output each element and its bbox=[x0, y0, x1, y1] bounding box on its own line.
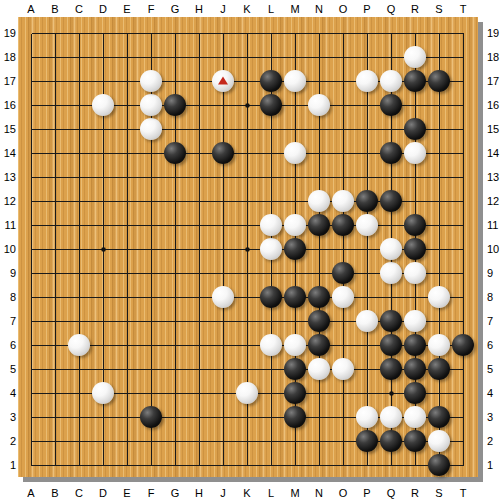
column-label: H bbox=[187, 1, 211, 17]
column-label: H bbox=[187, 485, 211, 500]
column-label: B bbox=[43, 1, 67, 17]
white-stone bbox=[212, 286, 234, 308]
black-stone bbox=[284, 286, 306, 308]
black-stone bbox=[212, 142, 234, 164]
column-label: D bbox=[91, 1, 115, 17]
row-label: 11 bbox=[487, 217, 500, 233]
white-stone bbox=[92, 94, 114, 116]
column-label: A bbox=[19, 485, 43, 500]
white-stone bbox=[404, 310, 426, 332]
column-label: P bbox=[355, 485, 379, 500]
row-label: 11 bbox=[1, 217, 16, 233]
column-label: A bbox=[19, 1, 43, 17]
row-label: 4 bbox=[487, 385, 500, 401]
black-stone bbox=[428, 454, 450, 476]
black-stone bbox=[308, 286, 330, 308]
column-label: E bbox=[115, 1, 139, 17]
white-stone bbox=[380, 70, 402, 92]
column-label: N bbox=[307, 485, 331, 500]
column-label: R bbox=[403, 1, 427, 17]
black-stone bbox=[380, 310, 402, 332]
white-stone bbox=[356, 70, 378, 92]
column-label: R bbox=[403, 485, 427, 500]
black-stone bbox=[428, 406, 450, 428]
white-stone bbox=[332, 190, 354, 212]
column-label: G bbox=[163, 1, 187, 17]
white-stone bbox=[380, 262, 402, 284]
row-label: 10 bbox=[1, 241, 16, 257]
row-label: 14 bbox=[487, 145, 500, 161]
column-label: M bbox=[283, 485, 307, 500]
column-label: J bbox=[211, 1, 235, 17]
row-label: 1 bbox=[1, 457, 16, 473]
column-label: S bbox=[427, 485, 451, 500]
column-label: O bbox=[331, 1, 355, 17]
black-stone bbox=[428, 358, 450, 380]
column-label: C bbox=[67, 1, 91, 17]
black-stone bbox=[308, 214, 330, 236]
row-label: 13 bbox=[1, 169, 16, 185]
black-stone bbox=[260, 286, 282, 308]
black-stone bbox=[308, 310, 330, 332]
column-label: N bbox=[307, 1, 331, 17]
black-stone bbox=[404, 358, 426, 380]
black-stone bbox=[140, 406, 162, 428]
white-stone bbox=[404, 262, 426, 284]
row-label: 13 bbox=[487, 169, 500, 185]
black-stone bbox=[404, 214, 426, 236]
white-stone bbox=[404, 46, 426, 68]
black-stone bbox=[380, 190, 402, 212]
row-label: 8 bbox=[487, 289, 500, 305]
black-stone bbox=[164, 142, 186, 164]
row-label: 3 bbox=[1, 409, 16, 425]
white-stone bbox=[308, 190, 330, 212]
go-game-screenshot: ABCDEFGHJKLMNOPQRST ABCDEFGHJKLMNOPQRST … bbox=[0, 0, 500, 500]
row-label: 15 bbox=[487, 121, 500, 137]
go-board[interactable] bbox=[18, 17, 478, 477]
row-label: 9 bbox=[1, 265, 16, 281]
column-label: Q bbox=[379, 1, 403, 17]
black-stone bbox=[332, 262, 354, 284]
white-stone bbox=[380, 238, 402, 260]
white-stone bbox=[428, 334, 450, 356]
column-label: F bbox=[139, 1, 163, 17]
white-stone bbox=[356, 406, 378, 428]
white-stone bbox=[356, 214, 378, 236]
column-label: L bbox=[259, 1, 283, 17]
white-stone bbox=[428, 286, 450, 308]
black-stone bbox=[284, 406, 306, 428]
black-stone bbox=[332, 214, 354, 236]
white-stone bbox=[356, 310, 378, 332]
black-stone bbox=[356, 190, 378, 212]
row-label: 9 bbox=[487, 265, 500, 281]
row-label: 7 bbox=[1, 313, 16, 329]
row-label: 6 bbox=[1, 337, 16, 353]
column-label: T bbox=[451, 1, 475, 17]
white-stone bbox=[284, 70, 306, 92]
column-label: L bbox=[259, 485, 283, 500]
black-stone bbox=[260, 70, 282, 92]
white-stone bbox=[380, 406, 402, 428]
last-move-triangle-marker bbox=[218, 77, 228, 85]
column-label: S bbox=[427, 1, 451, 17]
column-label: Q bbox=[379, 485, 403, 500]
row-label: 12 bbox=[487, 193, 500, 209]
column-label: F bbox=[139, 485, 163, 500]
black-stone bbox=[284, 382, 306, 404]
black-stone bbox=[164, 94, 186, 116]
black-stone bbox=[380, 142, 402, 164]
row-label: 12 bbox=[1, 193, 16, 209]
row-label: 16 bbox=[487, 97, 500, 113]
white-stone bbox=[404, 142, 426, 164]
row-label: 19 bbox=[487, 25, 500, 41]
row-label: 5 bbox=[487, 361, 500, 377]
row-label: 2 bbox=[487, 433, 500, 449]
column-label: E bbox=[115, 485, 139, 500]
black-stone bbox=[380, 430, 402, 452]
black-stone bbox=[380, 94, 402, 116]
white-stone bbox=[236, 382, 258, 404]
black-stone bbox=[284, 238, 306, 260]
row-label: 17 bbox=[487, 73, 500, 89]
black-stone bbox=[404, 382, 426, 404]
stones-grid bbox=[19, 21, 475, 477]
black-stone bbox=[452, 334, 474, 356]
black-stone bbox=[380, 358, 402, 380]
white-stone bbox=[308, 358, 330, 380]
white-stone bbox=[260, 214, 282, 236]
black-stone bbox=[356, 430, 378, 452]
white-stone bbox=[68, 334, 90, 356]
white-stone bbox=[140, 94, 162, 116]
column-label: G bbox=[163, 485, 187, 500]
white-stone bbox=[140, 70, 162, 92]
column-label: D bbox=[91, 485, 115, 500]
row-label: 10 bbox=[487, 241, 500, 257]
row-label: 1 bbox=[487, 457, 500, 473]
white-stone bbox=[308, 94, 330, 116]
black-stone bbox=[404, 430, 426, 452]
white-stone bbox=[284, 334, 306, 356]
black-stone bbox=[404, 334, 426, 356]
row-label: 19 bbox=[1, 25, 16, 41]
white-stone bbox=[284, 142, 306, 164]
white-stone bbox=[332, 286, 354, 308]
column-label: T bbox=[451, 485, 475, 500]
column-label: P bbox=[355, 1, 379, 17]
column-label: O bbox=[331, 485, 355, 500]
column-label: J bbox=[211, 485, 235, 500]
black-stone bbox=[308, 334, 330, 356]
white-stone bbox=[92, 382, 114, 404]
black-stone bbox=[260, 94, 282, 116]
black-stone bbox=[284, 358, 306, 380]
white-stone bbox=[428, 430, 450, 452]
row-label: 18 bbox=[487, 49, 500, 65]
black-stone bbox=[404, 70, 426, 92]
row-label: 8 bbox=[1, 289, 16, 305]
black-stone bbox=[428, 70, 450, 92]
row-label: 6 bbox=[487, 337, 500, 353]
white-stone bbox=[260, 334, 282, 356]
black-stone bbox=[380, 334, 402, 356]
white-stone bbox=[332, 358, 354, 380]
row-label: 18 bbox=[1, 49, 16, 65]
white-stone bbox=[260, 238, 282, 260]
black-stone bbox=[404, 118, 426, 140]
black-stone bbox=[404, 238, 426, 260]
row-label: 15 bbox=[1, 121, 16, 137]
white-stone bbox=[284, 214, 306, 236]
row-label: 17 bbox=[1, 73, 16, 89]
row-label: 14 bbox=[1, 145, 16, 161]
column-label: B bbox=[43, 485, 67, 500]
row-label: 3 bbox=[487, 409, 500, 425]
column-label: K bbox=[235, 1, 259, 17]
column-label: C bbox=[67, 485, 91, 500]
row-label: 7 bbox=[487, 313, 500, 329]
white-stone bbox=[140, 118, 162, 140]
row-label: 5 bbox=[1, 361, 16, 377]
white-stone bbox=[404, 406, 426, 428]
column-label: K bbox=[235, 485, 259, 500]
column-label: M bbox=[283, 1, 307, 17]
row-label: 2 bbox=[1, 433, 16, 449]
row-label: 16 bbox=[1, 97, 16, 113]
white-stone bbox=[212, 70, 234, 92]
row-label: 4 bbox=[1, 385, 16, 401]
